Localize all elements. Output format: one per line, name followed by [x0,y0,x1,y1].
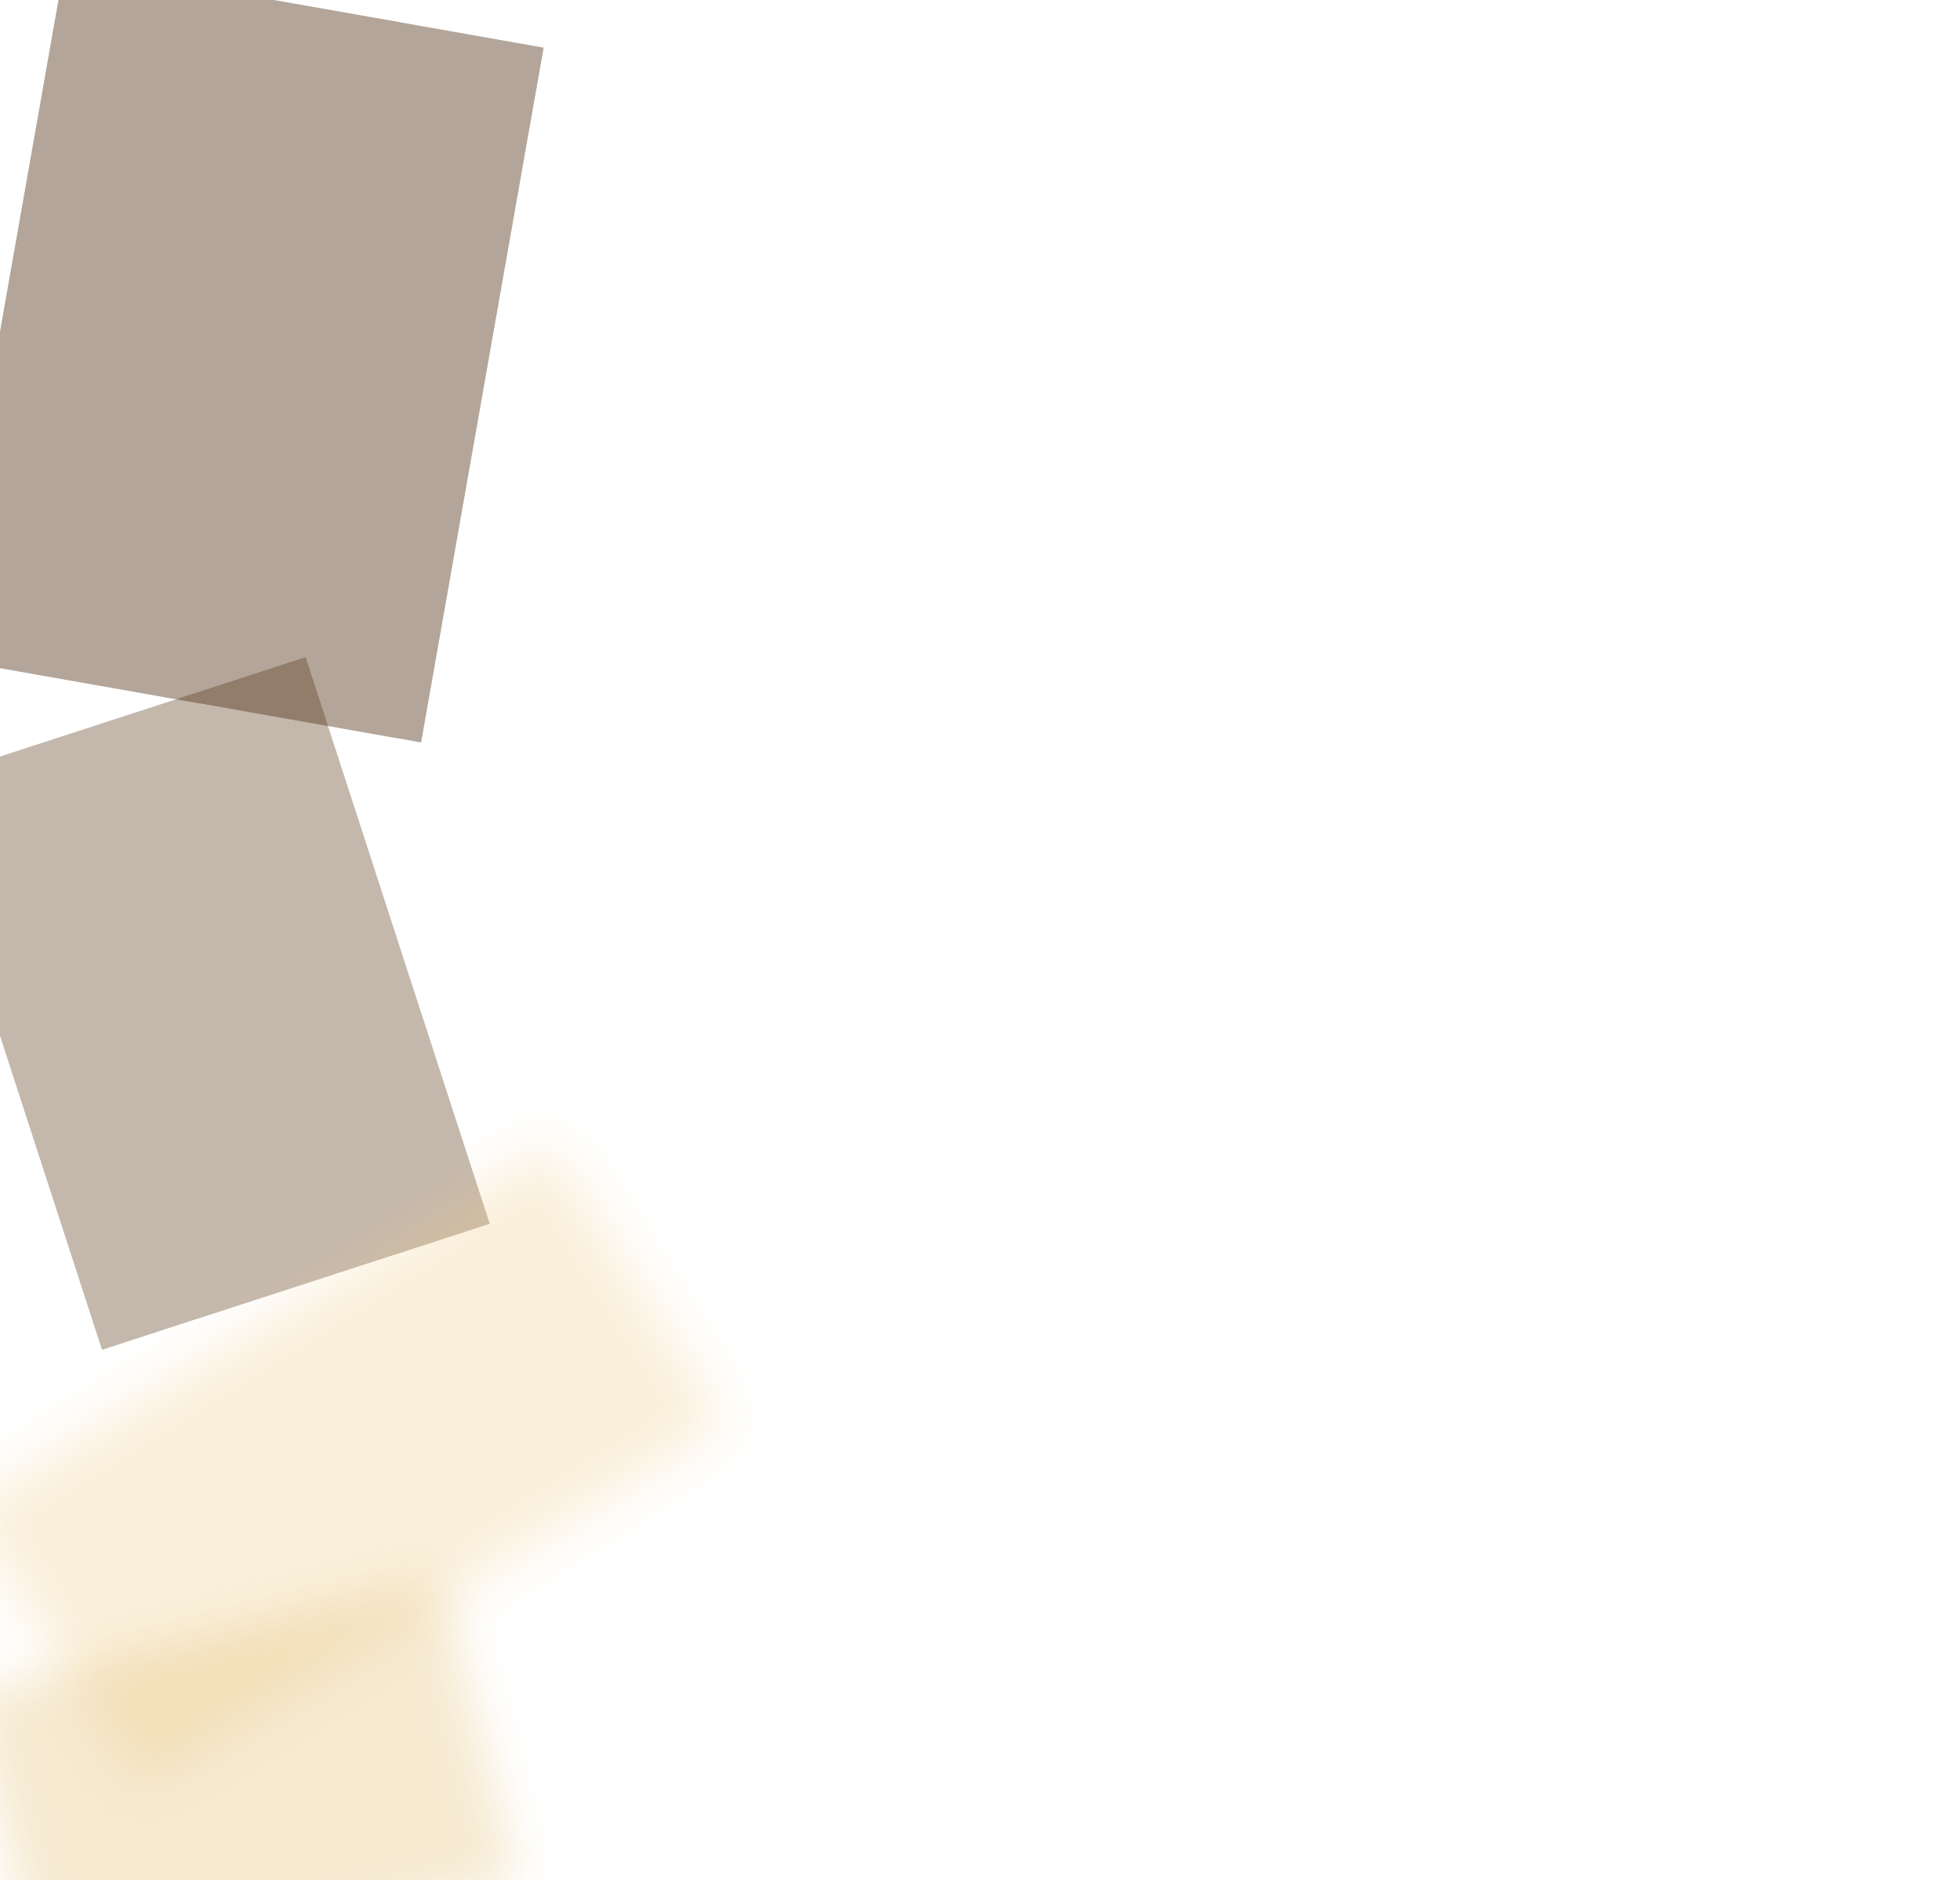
photo-scene [0,0,1960,1880]
